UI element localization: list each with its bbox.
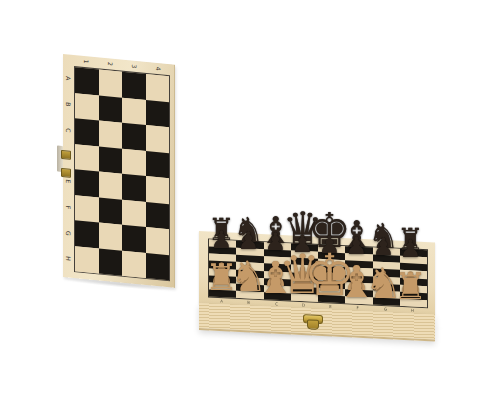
folded-board-square bbox=[75, 67, 99, 95]
clasp-hasp bbox=[307, 319, 319, 330]
folded-board-square bbox=[99, 146, 123, 174]
brass-clasp-icon bbox=[303, 314, 321, 328]
folded-board-square bbox=[75, 195, 99, 223]
file-label: A bbox=[215, 299, 229, 304]
piece-black-pawn: ♟ bbox=[238, 229, 260, 254]
folded-board-square bbox=[146, 252, 170, 280]
folded-board-square bbox=[146, 227, 170, 255]
folded-board-square bbox=[146, 99, 170, 127]
folded-board-square bbox=[75, 118, 99, 146]
folded-board-square bbox=[99, 95, 123, 123]
folded-board-square bbox=[122, 148, 146, 176]
folded-board-square bbox=[75, 220, 99, 248]
folded-board-square bbox=[75, 144, 99, 172]
folded-board-square bbox=[122, 225, 146, 253]
folded-board-square bbox=[99, 197, 123, 225]
folded-board-square bbox=[122, 199, 146, 227]
piece-black-pawn: ♟ bbox=[400, 237, 422, 262]
clasp-icon bbox=[61, 150, 71, 160]
folded-board-square bbox=[99, 171, 123, 199]
chess-set-product-photo: 1234 ABCDEFGH ABCDEFGH ♜♞♝♛♚♝♞♜♟♟♟♟♟♟♟♟♟… bbox=[0, 0, 500, 400]
folded-board-square bbox=[99, 222, 123, 250]
folded-board-square bbox=[122, 250, 146, 278]
folded-board-square bbox=[122, 72, 146, 100]
folded-board-square bbox=[146, 74, 170, 102]
folded-board-square bbox=[75, 246, 99, 274]
folded-board-square bbox=[146, 150, 170, 178]
folded-board-square bbox=[122, 174, 146, 202]
folded-board-square bbox=[146, 125, 170, 153]
folded-board-square bbox=[99, 120, 123, 148]
folded-board-square bbox=[75, 93, 99, 121]
folded-board-square bbox=[122, 97, 146, 125]
folded-board-square bbox=[99, 248, 123, 276]
folded-board-square bbox=[146, 201, 170, 229]
folded-board-square bbox=[146, 176, 170, 204]
clasp-icon bbox=[61, 168, 71, 178]
folded-chess-board: 1234 ABCDEFGH bbox=[63, 54, 175, 288]
piece-black-pawn: ♟ bbox=[211, 228, 233, 253]
folded-board-square bbox=[99, 69, 123, 97]
folded-board-grid bbox=[74, 66, 170, 281]
folded-board-square bbox=[122, 123, 146, 151]
file-label: H bbox=[406, 308, 420, 313]
piece-white-rook: ♜ bbox=[394, 269, 427, 306]
folded-board-square bbox=[75, 169, 99, 197]
